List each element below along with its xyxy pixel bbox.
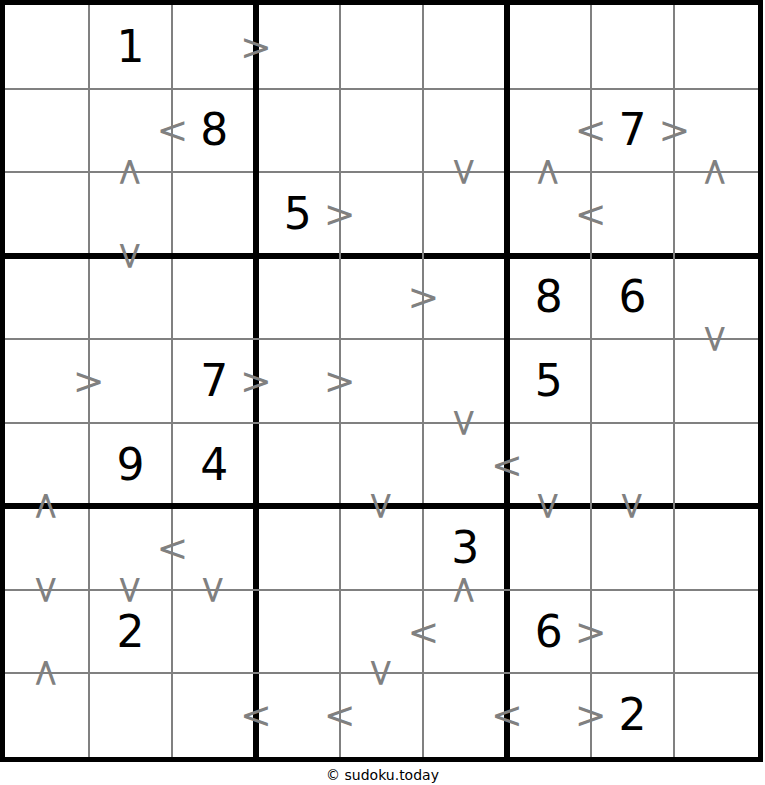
cell-r9c2 xyxy=(89,673,173,757)
cell-r3c5 xyxy=(340,172,424,256)
cell-r8c5 xyxy=(340,590,424,674)
cell-r8c2: 2 xyxy=(89,590,173,674)
cell-r3c4: 5 xyxy=(256,172,340,256)
cell-r6c7 xyxy=(507,423,591,507)
cell-r7c8 xyxy=(591,506,675,590)
cell-r1c3 xyxy=(172,5,256,89)
cell-r5c2 xyxy=(89,339,173,423)
cell-r6c5 xyxy=(340,423,424,507)
cell-r5c3: 7 xyxy=(172,339,256,423)
cell-r8c8 xyxy=(591,590,675,674)
cell-r1c1 xyxy=(5,5,89,89)
cell-r9c8: 2 xyxy=(591,673,675,757)
cell-r1c2: 1 xyxy=(89,5,173,89)
sudoku-board: 18758675943262><<>><>>>><<<><<<><><<>>><… xyxy=(0,0,763,762)
cell-r2c1 xyxy=(5,89,89,173)
cell-r9c1 xyxy=(5,673,89,757)
cell-r2c7 xyxy=(507,89,591,173)
cell-r3c7 xyxy=(507,172,591,256)
cell-r5c4 xyxy=(256,339,340,423)
cell-r4c9 xyxy=(674,256,758,340)
cell-r6c9 xyxy=(674,423,758,507)
cell-r2c2 xyxy=(89,89,173,173)
cell-r4c7: 8 xyxy=(507,256,591,340)
cell-r2c4 xyxy=(256,89,340,173)
cell-r2c5 xyxy=(340,89,424,173)
cell-r7c6: 3 xyxy=(423,506,507,590)
cell-r3c8 xyxy=(591,172,675,256)
cell-r4c4 xyxy=(256,256,340,340)
cell-r4c3 xyxy=(172,256,256,340)
cell-r1c5 xyxy=(340,5,424,89)
cell-r3c1 xyxy=(5,172,89,256)
cell-r7c9 xyxy=(674,506,758,590)
cell-r2c6 xyxy=(423,89,507,173)
cell-r5c7: 5 xyxy=(507,339,591,423)
cell-r8c1 xyxy=(5,590,89,674)
cell-r3c3 xyxy=(172,172,256,256)
cell-r1c9 xyxy=(674,5,758,89)
cell-r9c3 xyxy=(172,673,256,757)
cell-r1c6 xyxy=(423,5,507,89)
cell-r2c9 xyxy=(674,89,758,173)
cell-r3c9 xyxy=(674,172,758,256)
cell-r6c4 xyxy=(256,423,340,507)
cell-r7c1 xyxy=(5,506,89,590)
cell-r2c8: 7 xyxy=(591,89,675,173)
cell-r5c8 xyxy=(591,339,675,423)
cell-r7c2 xyxy=(89,506,173,590)
cell-r5c1 xyxy=(5,339,89,423)
cell-r8c4 xyxy=(256,590,340,674)
footer-credit: © sudoku.today xyxy=(0,767,765,783)
cell-r9c6 xyxy=(423,673,507,757)
footer-text: © sudoku.today xyxy=(326,767,439,783)
cell-r6c1 xyxy=(5,423,89,507)
cell-r8c9 xyxy=(674,590,758,674)
cell-r4c5 xyxy=(340,256,424,340)
cell-r6c3: 4 xyxy=(172,423,256,507)
cell-r6c6 xyxy=(423,423,507,507)
cell-r3c6 xyxy=(423,172,507,256)
cell-r8c6 xyxy=(423,590,507,674)
cell-r5c6 xyxy=(423,339,507,423)
cell-r5c5 xyxy=(340,339,424,423)
cell-r9c4 xyxy=(256,673,340,757)
sudoku-page: 18758675943262><<>><>>>><<<><<<><><<>>><… xyxy=(0,0,765,785)
cell-r4c8: 6 xyxy=(591,256,675,340)
cell-r4c6 xyxy=(423,256,507,340)
cell-r2c3: 8 xyxy=(172,89,256,173)
cell-r7c7 xyxy=(507,506,591,590)
cell-r8c7: 6 xyxy=(507,590,591,674)
cell-r3c2 xyxy=(89,172,173,256)
cell-r7c3 xyxy=(172,506,256,590)
cell-r9c9 xyxy=(674,673,758,757)
cell-r4c1 xyxy=(5,256,89,340)
cell-r5c9 xyxy=(674,339,758,423)
cell-r4c2 xyxy=(89,256,173,340)
cell-r9c7 xyxy=(507,673,591,757)
cell-r9c5 xyxy=(340,673,424,757)
cell-r1c8 xyxy=(591,5,675,89)
cell-r7c4 xyxy=(256,506,340,590)
cell-r8c3 xyxy=(172,590,256,674)
cell-r6c2: 9 xyxy=(89,423,173,507)
cell-r7c5 xyxy=(340,506,424,590)
cell-r6c8 xyxy=(591,423,675,507)
cell-r1c7 xyxy=(507,5,591,89)
cell-r1c4 xyxy=(256,5,340,89)
